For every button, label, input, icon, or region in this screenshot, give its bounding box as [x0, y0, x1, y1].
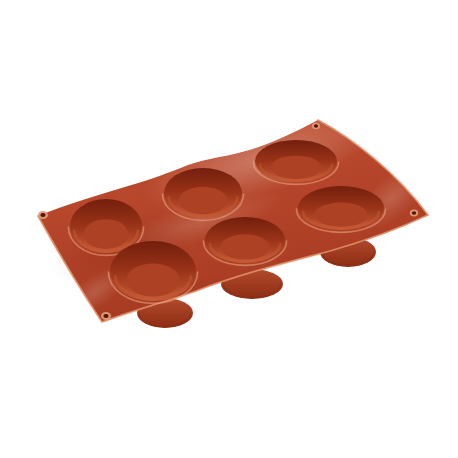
- corner-hole-center: [103, 314, 108, 318]
- corner-hole-center: [40, 213, 45, 217]
- cavity-floor: [126, 264, 179, 297]
- corner-hole: [410, 210, 418, 217]
- cavity-floor: [220, 234, 270, 259]
- cavity-floor: [271, 156, 322, 179]
- corner-hole: [312, 123, 320, 129]
- corner-hole-center: [314, 124, 318, 127]
- corner-hole: [38, 211, 48, 219]
- cavity-floor: [84, 219, 129, 249]
- corner-hole: [101, 312, 111, 320]
- muffin-mold-illustration: [0, 0, 458, 458]
- product-photo: [0, 0, 458, 458]
- photo-stage: [0, 0, 458, 458]
- cavity-floor: [314, 203, 367, 227]
- cavity-floor: [179, 187, 227, 215]
- mold-cavity: [203, 217, 286, 265]
- mold-cavity: [253, 140, 338, 184]
- mold-cavity: [296, 186, 385, 232]
- corner-hole-center: [412, 211, 416, 215]
